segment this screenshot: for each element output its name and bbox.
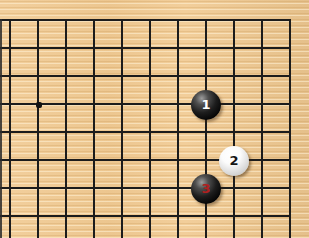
board-intersection[interactable] (108, 202, 136, 230)
board-intersection[interactable] (24, 174, 52, 202)
board-intersection[interactable] (164, 174, 192, 202)
board-intersection[interactable] (80, 34, 108, 62)
board-intersection[interactable] (276, 62, 304, 90)
board-intersection[interactable] (136, 202, 164, 230)
board-intersection[interactable] (164, 146, 192, 174)
board-intersection[interactable] (248, 230, 276, 238)
board-intersection[interactable] (80, 6, 108, 34)
board-intersection[interactable] (192, 6, 220, 34)
board-intersection[interactable] (164, 118, 192, 146)
board-intersection[interactable] (276, 174, 304, 202)
board-intersection[interactable] (164, 34, 192, 62)
board-intersection[interactable] (108, 62, 136, 90)
go-board: 123 (0, 0, 309, 238)
board-intersection[interactable] (80, 202, 108, 230)
board-intersection[interactable] (52, 174, 80, 202)
board-intersection[interactable] (192, 146, 220, 174)
board-intersection[interactable] (276, 202, 304, 230)
board-intersection[interactable] (0, 118, 24, 146)
board-intersection[interactable] (192, 230, 220, 238)
board-intersection[interactable] (220, 90, 248, 118)
board-intersection[interactable] (0, 146, 24, 174)
board-intersection[interactable] (52, 230, 80, 238)
board-intersection[interactable] (248, 34, 276, 62)
board-intersection[interactable] (164, 6, 192, 34)
board-intersection[interactable] (108, 34, 136, 62)
board-intersection[interactable] (24, 6, 52, 34)
board-intersection[interactable] (0, 6, 24, 34)
board-intersection[interactable] (24, 118, 52, 146)
board-intersection[interactable] (52, 34, 80, 62)
board-intersection[interactable] (136, 90, 164, 118)
board-intersection[interactable] (52, 202, 80, 230)
move-number-label: 2 (229, 154, 238, 167)
board-intersection[interactable] (52, 62, 80, 90)
board-intersection[interactable] (52, 146, 80, 174)
stone-black-1[interactable]: 1 (191, 90, 221, 120)
move-number-label: 1 (201, 98, 210, 111)
board-intersection[interactable] (24, 146, 52, 174)
board-intersection[interactable] (220, 118, 248, 146)
board-intersection[interactable] (220, 6, 248, 34)
board-intersection[interactable] (248, 202, 276, 230)
board-grid (0, 6, 304, 238)
board-intersection[interactable] (108, 118, 136, 146)
board-intersection[interactable] (80, 146, 108, 174)
board-intersection[interactable] (248, 174, 276, 202)
board-intersection[interactable] (108, 146, 136, 174)
board-intersection[interactable] (80, 90, 108, 118)
board-intersection[interactable] (136, 118, 164, 146)
board-intersection[interactable] (108, 230, 136, 238)
board-intersection[interactable] (248, 118, 276, 146)
left-crop-border (0, 19, 2, 238)
board-intersection[interactable] (24, 202, 52, 230)
board-intersection[interactable] (136, 62, 164, 90)
board-intersection[interactable] (52, 6, 80, 34)
board-intersection[interactable] (164, 230, 192, 238)
board-intersection[interactable] (276, 90, 304, 118)
board-intersection[interactable] (164, 90, 192, 118)
board-intersection[interactable] (24, 34, 52, 62)
board-intersection[interactable] (80, 230, 108, 238)
board-intersection[interactable] (220, 202, 248, 230)
board-intersection[interactable] (192, 118, 220, 146)
board-intersection[interactable] (276, 118, 304, 146)
board-intersection[interactable] (276, 146, 304, 174)
board-intersection[interactable] (248, 62, 276, 90)
board-intersection[interactable] (108, 6, 136, 34)
board-intersection[interactable] (164, 62, 192, 90)
board-intersection[interactable] (52, 118, 80, 146)
stone-white-2[interactable]: 2 (219, 146, 249, 176)
board-intersection[interactable] (136, 146, 164, 174)
board-intersection[interactable] (80, 174, 108, 202)
board-intersection[interactable] (192, 34, 220, 62)
board-intersection[interactable] (276, 230, 304, 238)
board-intersection[interactable] (192, 202, 220, 230)
board-intersection[interactable] (220, 230, 248, 238)
board-intersection[interactable] (24, 62, 52, 90)
board-intersection[interactable] (0, 90, 24, 118)
board-intersection[interactable] (0, 174, 24, 202)
board-intersection[interactable] (220, 34, 248, 62)
board-intersection[interactable] (276, 34, 304, 62)
stone-black-3[interactable]: 3 (191, 174, 221, 204)
board-intersection[interactable] (276, 6, 304, 34)
board-intersection[interactable] (0, 202, 24, 230)
hoshi-point (36, 102, 42, 108)
board-intersection[interactable] (80, 118, 108, 146)
board-intersection[interactable] (24, 230, 52, 238)
board-intersection[interactable] (108, 90, 136, 118)
board-intersection[interactable] (80, 62, 108, 90)
board-intersection[interactable] (136, 6, 164, 34)
board-intersection[interactable] (248, 6, 276, 34)
board-intersection[interactable] (0, 34, 24, 62)
board-intersection[interactable] (248, 90, 276, 118)
board-intersection[interactable] (136, 34, 164, 62)
board-intersection[interactable] (136, 174, 164, 202)
board-intersection[interactable] (248, 146, 276, 174)
board-intersection[interactable] (0, 230, 24, 238)
board-intersection[interactable] (164, 202, 192, 230)
board-intersection[interactable] (136, 230, 164, 238)
board-intersection[interactable] (108, 174, 136, 202)
board-intersection[interactable] (52, 90, 80, 118)
board-intersection[interactable] (0, 62, 24, 90)
board-intersection[interactable] (220, 62, 248, 90)
board-intersection[interactable] (192, 62, 220, 90)
board-intersection[interactable] (220, 174, 248, 202)
move-number-label: 3 (201, 182, 210, 195)
